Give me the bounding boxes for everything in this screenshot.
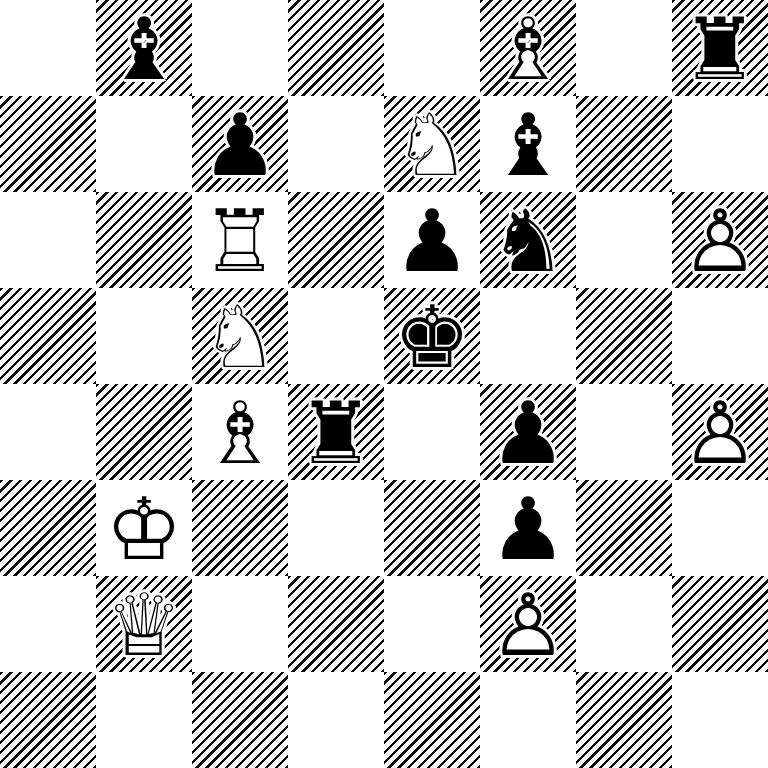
black-piece-glyph: ♜ xyxy=(288,384,384,480)
piece-white-pawn[interactable]: ♟♙ xyxy=(480,576,576,672)
square-d1[interactable] xyxy=(288,672,384,768)
square-a8[interactable] xyxy=(0,0,96,96)
square-c7[interactable]: ♟ xyxy=(192,96,288,192)
square-c2[interactable] xyxy=(192,576,288,672)
square-f7[interactable]: ♝ xyxy=(480,96,576,192)
square-b4[interactable] xyxy=(96,384,192,480)
square-d4[interactable]: ♜ xyxy=(288,384,384,480)
square-c3[interactable] xyxy=(192,480,288,576)
piece-white-knight[interactable]: ♞♘ xyxy=(384,96,480,192)
square-h6[interactable]: ♟♙ xyxy=(672,192,768,288)
square-f3[interactable]: ♟ xyxy=(480,480,576,576)
white-piece-outline: ♙ xyxy=(672,192,768,288)
square-f5[interactable] xyxy=(480,288,576,384)
black-piece-glyph: ♞ xyxy=(480,192,576,288)
piece-black-bishop[interactable]: ♝ xyxy=(96,0,192,96)
black-piece-glyph: ♟ xyxy=(192,96,288,192)
square-h7[interactable] xyxy=(672,96,768,192)
square-g6[interactable] xyxy=(576,192,672,288)
white-piece-outline: ♔ xyxy=(96,480,192,576)
square-c1[interactable] xyxy=(192,672,288,768)
square-g4[interactable] xyxy=(576,384,672,480)
square-f4[interactable]: ♟ xyxy=(480,384,576,480)
square-c4[interactable]: ♝♗ xyxy=(192,384,288,480)
square-e1[interactable] xyxy=(384,672,480,768)
square-b7[interactable] xyxy=(96,96,192,192)
piece-white-rook[interactable]: ♜♖ xyxy=(192,192,288,288)
white-piece-outline: ♙ xyxy=(480,576,576,672)
piece-white-bishop[interactable]: ♝♗ xyxy=(480,0,576,96)
piece-black-king[interactable]: ♚ xyxy=(384,288,480,384)
square-d2[interactable] xyxy=(288,576,384,672)
square-d3[interactable] xyxy=(288,480,384,576)
square-e2[interactable] xyxy=(384,576,480,672)
piece-black-pawn[interactable]: ♟ xyxy=(480,384,576,480)
square-e4[interactable] xyxy=(384,384,480,480)
square-e7[interactable]: ♞♘ xyxy=(384,96,480,192)
black-piece-glyph: ♝ xyxy=(480,96,576,192)
square-a1[interactable] xyxy=(0,672,96,768)
piece-black-pawn[interactable]: ♟ xyxy=(480,480,576,576)
black-piece-glyph: ♟ xyxy=(480,384,576,480)
black-piece-glyph: ♚ xyxy=(384,288,480,384)
square-b5[interactable] xyxy=(96,288,192,384)
piece-white-pawn[interactable]: ♟♙ xyxy=(672,384,768,480)
chess-board: ♝♝♗♜♟♞♘♝♜♖♟♞♟♙♞♘♚♝♗♜♟♟♙♚♔♟♛♕♟♙ xyxy=(0,0,768,768)
square-b6[interactable] xyxy=(96,192,192,288)
square-f2[interactable]: ♟♙ xyxy=(480,576,576,672)
white-piece-outline: ♗ xyxy=(480,0,576,96)
square-g2[interactable] xyxy=(576,576,672,672)
square-h5[interactable] xyxy=(672,288,768,384)
square-b8[interactable]: ♝ xyxy=(96,0,192,96)
black-piece-glyph: ♝ xyxy=(96,0,192,96)
square-c6[interactable]: ♜♖ xyxy=(192,192,288,288)
piece-black-rook[interactable]: ♜ xyxy=(672,0,768,96)
square-g1[interactable] xyxy=(576,672,672,768)
piece-white-bishop[interactable]: ♝♗ xyxy=(192,384,288,480)
white-piece-outline: ♕ xyxy=(96,576,192,672)
square-g5[interactable] xyxy=(576,288,672,384)
square-e3[interactable] xyxy=(384,480,480,576)
square-b1[interactable] xyxy=(96,672,192,768)
white-piece-outline: ♗ xyxy=(192,384,288,480)
black-piece-glyph: ♟ xyxy=(384,192,480,288)
square-b2[interactable]: ♛♕ xyxy=(96,576,192,672)
white-piece-outline: ♘ xyxy=(192,288,288,384)
square-a6[interactable] xyxy=(0,192,96,288)
black-piece-glyph: ♜ xyxy=(672,0,768,96)
square-a7[interactable] xyxy=(0,96,96,192)
square-d8[interactable] xyxy=(288,0,384,96)
white-piece-outline: ♖ xyxy=(192,192,288,288)
square-d7[interactable] xyxy=(288,96,384,192)
piece-black-rook[interactable]: ♜ xyxy=(288,384,384,480)
square-f8[interactable]: ♝♗ xyxy=(480,0,576,96)
square-e6[interactable]: ♟ xyxy=(384,192,480,288)
piece-black-bishop[interactable]: ♝ xyxy=(480,96,576,192)
square-h1[interactable] xyxy=(672,672,768,768)
piece-black-pawn[interactable]: ♟ xyxy=(384,192,480,288)
square-b3[interactable]: ♚♔ xyxy=(96,480,192,576)
square-g7[interactable] xyxy=(576,96,672,192)
square-h3[interactable] xyxy=(672,480,768,576)
piece-white-queen[interactable]: ♛♕ xyxy=(96,576,192,672)
square-g8[interactable] xyxy=(576,0,672,96)
black-piece-glyph: ♟ xyxy=(480,480,576,576)
white-piece-outline: ♘ xyxy=(384,96,480,192)
square-f6[interactable]: ♞ xyxy=(480,192,576,288)
piece-black-pawn[interactable]: ♟ xyxy=(192,96,288,192)
square-a3[interactable] xyxy=(0,480,96,576)
piece-white-pawn[interactable]: ♟♙ xyxy=(672,192,768,288)
square-c5[interactable]: ♞♘ xyxy=(192,288,288,384)
square-e5[interactable]: ♚ xyxy=(384,288,480,384)
square-d5[interactable] xyxy=(288,288,384,384)
square-g3[interactable] xyxy=(576,480,672,576)
square-a4[interactable] xyxy=(0,384,96,480)
square-c8[interactable] xyxy=(192,0,288,96)
square-a5[interactable] xyxy=(0,288,96,384)
square-a2[interactable] xyxy=(0,576,96,672)
piece-black-knight[interactable]: ♞ xyxy=(480,192,576,288)
square-e8[interactable] xyxy=(384,0,480,96)
white-piece-outline: ♙ xyxy=(672,384,768,480)
square-h2[interactable] xyxy=(672,576,768,672)
square-d6[interactable] xyxy=(288,192,384,288)
square-h4[interactable]: ♟♙ xyxy=(672,384,768,480)
piece-white-knight[interactable]: ♞♘ xyxy=(192,288,288,384)
square-h8[interactable]: ♜ xyxy=(672,0,768,96)
square-f1[interactable] xyxy=(480,672,576,768)
piece-white-king[interactable]: ♚♔ xyxy=(96,480,192,576)
